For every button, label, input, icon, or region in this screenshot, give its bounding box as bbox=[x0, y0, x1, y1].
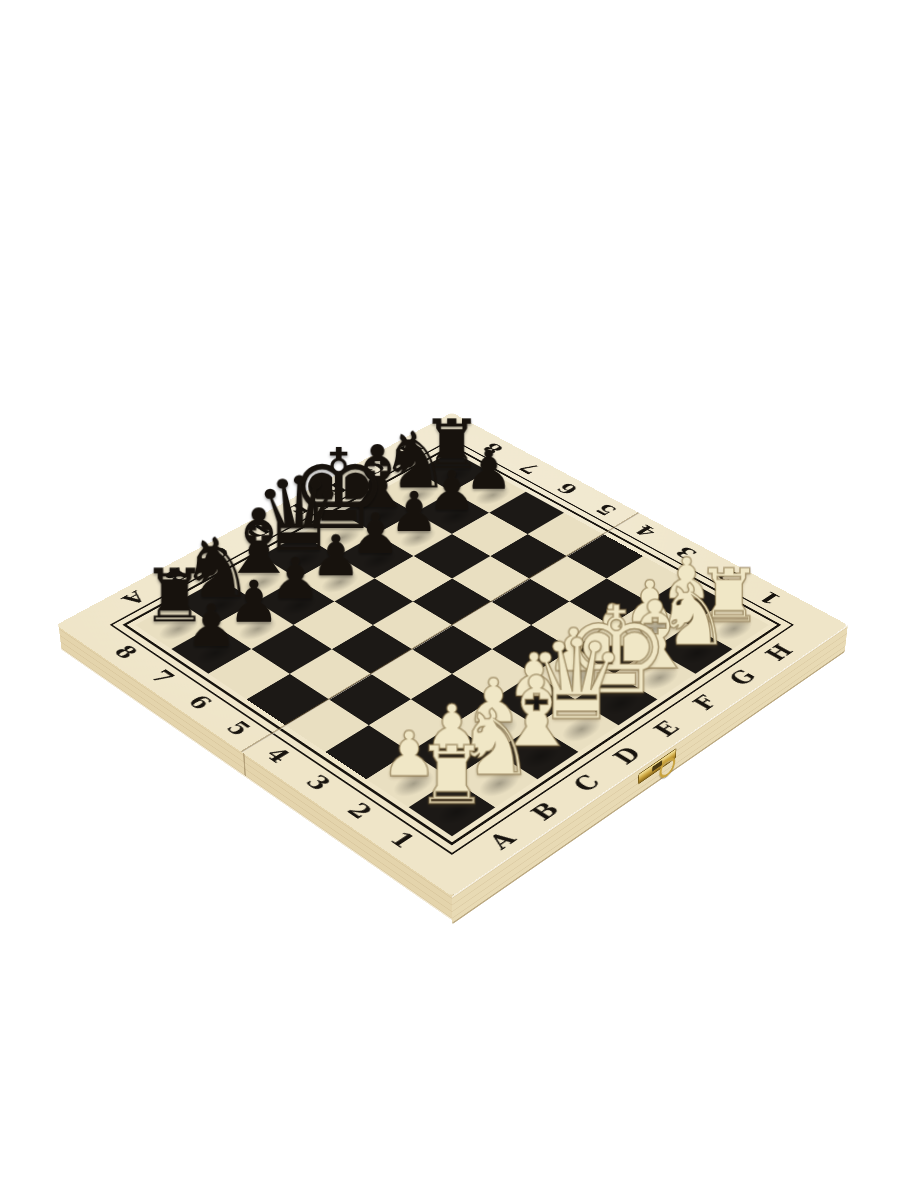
fold-seam-side bbox=[243, 751, 246, 776]
piece-white-rook-a1: ♜ bbox=[416, 735, 489, 816]
product-photo-scene: ABCDEFGH ABCDEFGH 87654321 87654321 ♜♞♝♛… bbox=[0, 0, 900, 1200]
piece-black-pawn-a7: ♟ bbox=[185, 596, 238, 655]
